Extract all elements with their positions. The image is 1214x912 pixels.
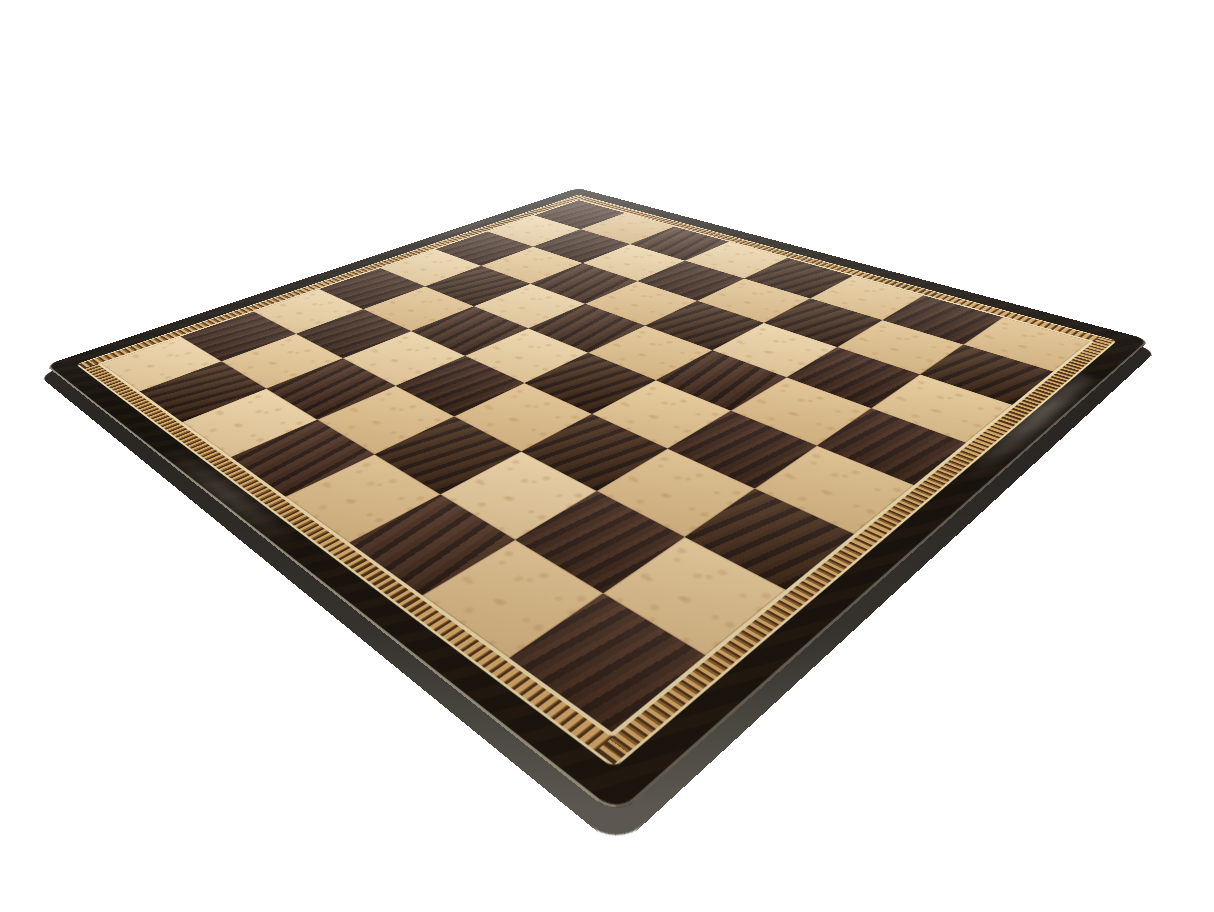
- checkerboard-field: [101, 200, 1090, 732]
- product-photo-scene: [0, 0, 1214, 912]
